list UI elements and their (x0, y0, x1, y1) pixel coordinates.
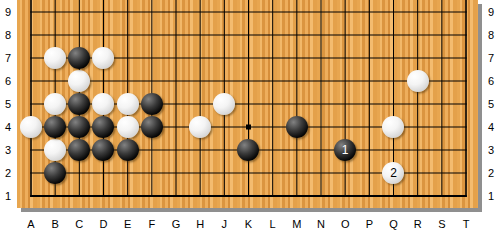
black-stone-K3 (237, 139, 259, 161)
row-label-right-3: 3 (483, 142, 499, 158)
intersection-D5[interactable] (91, 93, 115, 116)
row-label-left-8: 8 (0, 27, 16, 43)
column-label-C: C (69, 218, 89, 230)
intersection-F4[interactable] (140, 116, 164, 139)
intersection-E3[interactable] (116, 139, 140, 162)
column-label-S: S (432, 218, 452, 230)
white-stone-B7 (44, 47, 66, 69)
column-label-F: F (142, 218, 162, 230)
row-label-right-9: 9 (483, 4, 499, 20)
row-label-right-5: 5 (483, 96, 499, 112)
go-board[interactable]: 21 (17, 0, 478, 208)
row-label-right-7: 7 (483, 50, 499, 66)
row-label-left-6: 6 (0, 73, 16, 89)
intersection-B3[interactable] (43, 139, 67, 162)
black-stone-C5 (68, 93, 90, 115)
white-stone-C6 (68, 70, 90, 92)
intersection-D7[interactable] (91, 47, 115, 70)
column-label-L: L (263, 218, 283, 230)
go-game-screenshot: 21 ABCDEFGHJKLMNOPQRST998877665544332211 (0, 0, 500, 236)
intersection-C3[interactable] (67, 139, 91, 162)
row-label-right-1: 1 (483, 188, 499, 204)
intersection-E5[interactable] (116, 93, 140, 116)
column-label-N: N (311, 218, 331, 230)
intersection-J5[interactable] (212, 93, 236, 116)
column-label-B: B (45, 218, 65, 230)
row-label-right-2: 2 (483, 165, 499, 181)
row-label-left-1: 1 (0, 188, 16, 204)
black-stone-F5 (141, 93, 163, 115)
stone-grid: 21 (19, 1, 478, 208)
column-label-T: T (456, 218, 476, 230)
white-stone-Q2-move-2: 2 (382, 162, 404, 184)
column-label-D: D (94, 218, 114, 230)
white-stone-E5 (117, 93, 139, 115)
intersection-K3[interactable] (236, 139, 260, 162)
white-stone-A4 (20, 116, 42, 138)
intersection-D3[interactable] (91, 139, 115, 162)
intersection-O3[interactable]: 1 (333, 139, 357, 162)
white-stone-B3 (44, 139, 66, 161)
black-stone-O3-move-1: 1 (334, 139, 356, 161)
column-label-E: E (118, 218, 138, 230)
row-label-left-2: 2 (0, 165, 16, 181)
row-label-left-5: 5 (0, 96, 16, 112)
intersection-B2[interactable] (43, 162, 67, 185)
black-stone-D4 (92, 116, 114, 138)
black-stone-C7 (68, 47, 90, 69)
white-stone-J5 (213, 93, 235, 115)
intersection-Q2[interactable]: 2 (381, 162, 405, 185)
white-stone-D5 (92, 93, 114, 115)
intersection-B7[interactable] (43, 47, 67, 70)
intersection-C7[interactable] (67, 47, 91, 70)
intersection-Q4[interactable] (381, 116, 405, 139)
white-stone-H4 (189, 116, 211, 138)
black-stone-F4 (141, 116, 163, 138)
column-label-O: O (335, 218, 355, 230)
white-stone-B5 (44, 93, 66, 115)
intersection-E4[interactable] (116, 116, 140, 139)
column-label-Q: Q (384, 218, 404, 230)
intersection-C5[interactable] (67, 93, 91, 116)
white-stone-E4 (117, 116, 139, 138)
intersection-R6[interactable] (406, 70, 430, 93)
column-label-H: H (190, 218, 210, 230)
row-label-left-4: 4 (0, 119, 16, 135)
column-label-G: G (166, 218, 186, 230)
white-stone-D7 (92, 47, 114, 69)
intersection-B4[interactable] (43, 116, 67, 139)
black-stone-B2 (44, 162, 66, 184)
column-label-R: R (408, 218, 428, 230)
row-label-right-4: 4 (483, 119, 499, 135)
black-stone-C4 (68, 116, 90, 138)
intersection-B5[interactable] (43, 93, 67, 116)
white-stone-R6 (407, 70, 429, 92)
black-stone-M4 (286, 116, 308, 138)
black-stone-D3 (92, 139, 114, 161)
column-label-A: A (21, 218, 41, 230)
intersection-M4[interactable] (285, 116, 309, 139)
intersection-C6[interactable] (67, 70, 91, 93)
black-stone-B4 (44, 116, 66, 138)
intersection-A4[interactable] (19, 116, 43, 139)
row-label-left-7: 7 (0, 50, 16, 66)
column-label-M: M (287, 218, 307, 230)
intersection-D4[interactable] (91, 116, 115, 139)
intersection-F5[interactable] (140, 93, 164, 116)
row-label-right-8: 8 (483, 27, 499, 43)
column-label-K: K (239, 218, 259, 230)
column-label-J: J (214, 218, 234, 230)
column-label-P: P (359, 218, 379, 230)
intersection-H4[interactable] (188, 116, 212, 139)
row-label-left-3: 3 (0, 142, 16, 158)
white-stone-Q4 (382, 116, 404, 138)
row-label-right-6: 6 (483, 73, 499, 89)
black-stone-E3 (117, 139, 139, 161)
black-stone-C3 (68, 139, 90, 161)
intersection-C4[interactable] (67, 116, 91, 139)
row-label-left-9: 9 (0, 4, 16, 20)
